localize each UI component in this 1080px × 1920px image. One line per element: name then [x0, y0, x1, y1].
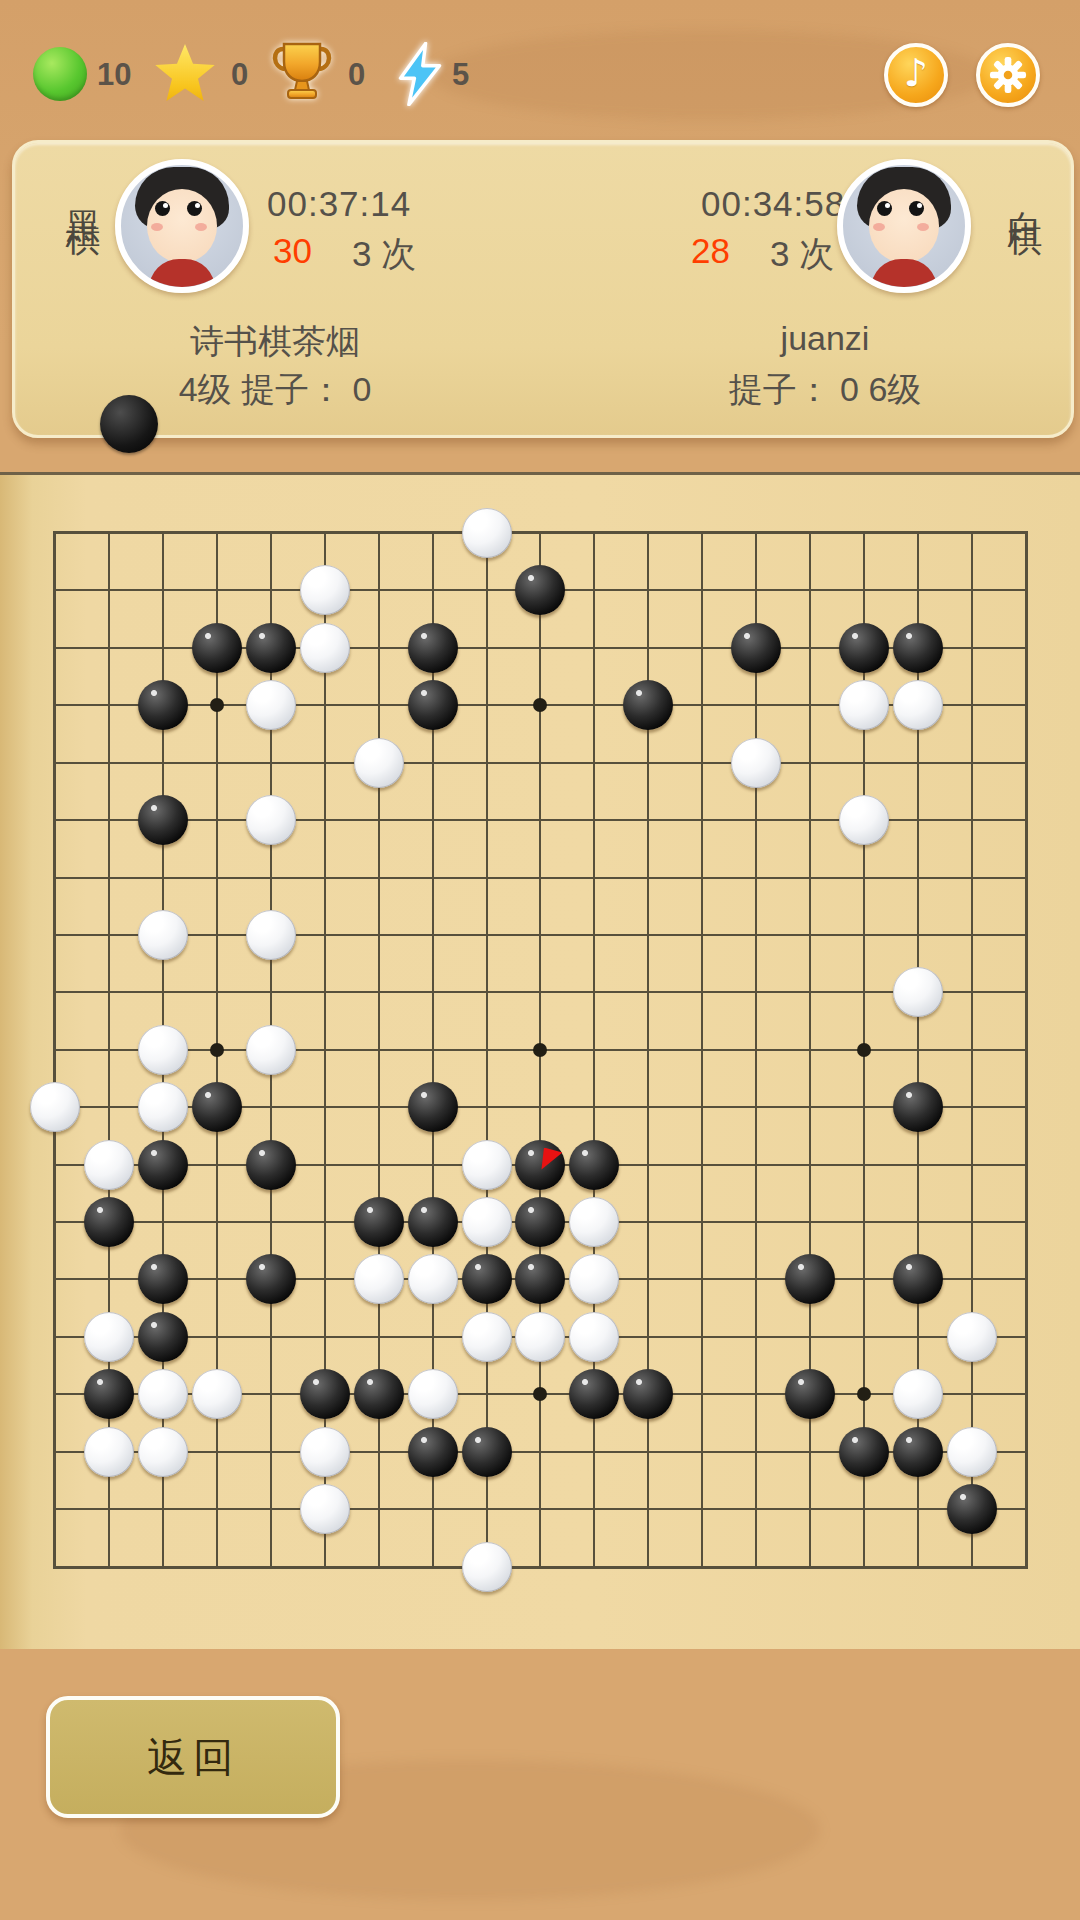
stone-black [138, 1140, 188, 1190]
stone-black [138, 1254, 188, 1304]
stone-white [515, 1312, 565, 1362]
stone-white [354, 1254, 404, 1304]
stone-white [246, 795, 296, 845]
stone-white [947, 1312, 997, 1362]
coins-count: 10 [97, 57, 131, 93]
stone-black [354, 1197, 404, 1247]
stone-black [947, 1484, 997, 1534]
star-icon [154, 44, 216, 104]
stone-white [893, 1369, 943, 1419]
avatar-eye [909, 201, 924, 216]
green-coin-icon [33, 47, 87, 101]
avatar-blush [151, 223, 163, 231]
last-move-marker [541, 1148, 562, 1170]
stone-white [354, 738, 404, 788]
go-game-screen: { "game": "go (weiqi), 19x19 board", "po… [0, 0, 1080, 1920]
stone-white [462, 1542, 512, 1592]
stone-black [138, 1312, 188, 1362]
stone-black [731, 623, 781, 673]
star-point [210, 1043, 224, 1057]
stone-white [839, 680, 889, 730]
stone-white [462, 1197, 512, 1247]
settings-button[interactable] [976, 43, 1040, 107]
stone-white [462, 1140, 512, 1190]
white-side-label: 白棋 [1001, 183, 1048, 203]
gear-icon [989, 56, 1027, 94]
avatar-shirt [149, 259, 215, 293]
stone-white [300, 1427, 350, 1477]
star-point [210, 698, 224, 712]
lightning-icon [396, 42, 444, 106]
white-main-clock: 00:34:58 [701, 184, 845, 224]
stone-black [192, 1082, 242, 1132]
stone-white [731, 738, 781, 788]
stone-black [84, 1197, 134, 1247]
players-info-panel: 黑棋 00:37:14 30 3 次 诗书棋茶烟 4级 提子： 0 00:34:… [12, 140, 1074, 438]
music-note-icon: ♪ [904, 54, 928, 92]
star-count: 0 [231, 57, 248, 93]
stone-white [569, 1312, 619, 1362]
stone-white [462, 508, 512, 558]
stone-black [408, 1197, 458, 1247]
white-player-name: juanzi [675, 319, 975, 358]
avatar-blush [873, 223, 885, 231]
energy-count: 5 [452, 57, 469, 93]
avatar-blush [917, 223, 929, 231]
avatar-eye [877, 201, 892, 216]
stone-black [462, 1427, 512, 1477]
black-player-avatar[interactable] [115, 159, 249, 293]
stone-black [408, 623, 458, 673]
stone-black [408, 1427, 458, 1477]
white-rank-and-captures: 提子： 0 6级 [635, 367, 1015, 413]
stone-black [893, 1082, 943, 1132]
white-player-avatar[interactable] [837, 159, 971, 293]
stone-black [569, 1140, 619, 1190]
stone-black [138, 680, 188, 730]
stone-black [839, 1427, 889, 1477]
stone-white [893, 680, 943, 730]
stone-black [246, 623, 296, 673]
stone-white [84, 1427, 134, 1477]
stone-white [246, 1025, 296, 1075]
stone-black [354, 1369, 404, 1419]
black-seconds-left: 30 [273, 231, 312, 278]
star-point [857, 1043, 871, 1057]
stone-white [138, 910, 188, 960]
avatar-eye [187, 201, 202, 216]
stone-white [947, 1427, 997, 1477]
stone-black [408, 1082, 458, 1132]
white-byoyomi: 28 3 次 [691, 231, 834, 278]
stone-black [192, 623, 242, 673]
stone-white [246, 910, 296, 960]
stone-white [30, 1082, 80, 1132]
trophy-icon [270, 40, 334, 106]
music-button[interactable]: ♪ [884, 43, 948, 107]
stone-white [138, 1025, 188, 1075]
stone-black [246, 1254, 296, 1304]
black-periods-left: 3 次 [352, 231, 416, 278]
black-rank-and-captures: 4级 提子： 0 [95, 367, 455, 413]
stone-white [300, 1484, 350, 1534]
stone-black [84, 1369, 134, 1419]
stone-white [408, 1369, 458, 1419]
board-grid [0, 475, 1080, 1649]
back-button-label: 返回 [147, 1730, 239, 1785]
stone-black [839, 623, 889, 673]
stone-black [246, 1140, 296, 1190]
avatar-eye [155, 201, 170, 216]
black-main-clock: 00:37:14 [267, 184, 411, 224]
stone-white [246, 680, 296, 730]
stone-black [462, 1254, 512, 1304]
stone-white [84, 1312, 134, 1362]
stone-white [138, 1369, 188, 1419]
stone-white [192, 1369, 242, 1419]
stone-white [138, 1082, 188, 1132]
stone-white [138, 1427, 188, 1477]
avatar-shirt [871, 259, 937, 293]
stone-white [839, 795, 889, 845]
stone-white [300, 623, 350, 673]
black-byoyomi: 30 3 次 [273, 231, 416, 278]
white-periods-left: 3 次 [770, 231, 834, 278]
stone-white [462, 1312, 512, 1362]
stone-black [300, 1369, 350, 1419]
black-player-name: 诗书棋茶烟 [115, 319, 435, 365]
stone-black [515, 1140, 565, 1190]
stone-black [893, 1427, 943, 1477]
back-button[interactable]: 返回 [46, 1696, 340, 1818]
trophy-count: 0 [348, 57, 365, 93]
stone-white [84, 1140, 134, 1190]
black-side-label: 黑棋 [59, 183, 106, 203]
white-seconds-left: 28 [691, 231, 730, 278]
stone-black [408, 680, 458, 730]
stone-black [138, 795, 188, 845]
stone-white [408, 1254, 458, 1304]
stone-black [893, 623, 943, 673]
avatar-blush [195, 223, 207, 231]
stone-white [300, 565, 350, 615]
top-status-bar: 10 0 0 5 ♪ [0, 0, 1080, 140]
go-board[interactable] [0, 472, 1080, 1649]
